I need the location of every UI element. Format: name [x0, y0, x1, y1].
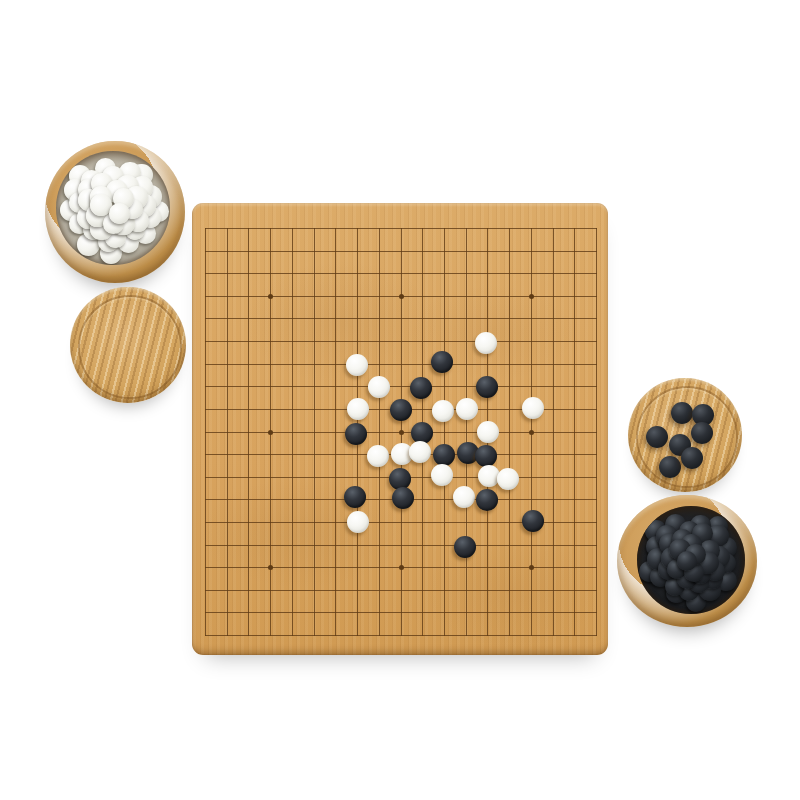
- star-point: [529, 294, 534, 299]
- grid-line-horizontal: [205, 590, 597, 591]
- white-stone: [432, 400, 454, 422]
- empty-bowl-lid: [70, 287, 186, 403]
- captured-black-stone: [691, 422, 713, 444]
- white-stone: [497, 468, 519, 490]
- black-stone-bowl: [617, 495, 757, 627]
- star-point: [268, 430, 273, 435]
- black-stone: [476, 489, 498, 511]
- star-point: [268, 565, 273, 570]
- star-point: [399, 430, 404, 435]
- black-stone: [410, 377, 432, 399]
- white-stone: [346, 354, 368, 376]
- grid-line-vertical: [574, 228, 575, 636]
- black-stone: [522, 510, 544, 532]
- black-stone: [431, 351, 453, 373]
- black-stone: [476, 376, 498, 398]
- grid-line-horizontal: [205, 635, 597, 636]
- grid-line-vertical: [466, 228, 467, 636]
- white-stone: [347, 511, 369, 533]
- captured-black-stone: [671, 402, 693, 424]
- star-point: [529, 430, 534, 435]
- grid-line-vertical: [596, 228, 597, 636]
- white-stone: [431, 464, 453, 486]
- product-photo-scene: { "game": "Go (Weiqi / Baduk)", "scene_d…: [0, 0, 800, 800]
- black-stone: [344, 486, 366, 508]
- go-board: [192, 203, 608, 655]
- white-stone: [367, 445, 389, 467]
- grid-line-vertical: [444, 228, 445, 636]
- white-stone: [453, 486, 475, 508]
- grid-line-vertical: [553, 228, 554, 636]
- black-stone: [433, 444, 455, 466]
- black-stone: [345, 423, 367, 445]
- white-bowl-stone: [109, 203, 130, 224]
- white-stone-bowl: [45, 141, 185, 283]
- black-stone: [390, 399, 412, 421]
- black-stone: [475, 445, 497, 467]
- white-stone: [347, 398, 369, 420]
- grid-line-horizontal: [205, 545, 597, 546]
- white-stone: [477, 421, 499, 443]
- grid-line-horizontal: [205, 612, 597, 613]
- black-stone: [411, 422, 433, 444]
- captured-black-stone: [669, 434, 691, 456]
- star-point: [529, 565, 534, 570]
- captured-black-stone: [681, 447, 703, 469]
- captured-black-stone: [659, 456, 681, 478]
- black-stone: [392, 487, 414, 509]
- white-stone: [522, 397, 544, 419]
- star-point: [399, 294, 404, 299]
- white-stone-heap: [56, 151, 170, 265]
- black-stone-lid: [628, 378, 742, 492]
- white-stone: [368, 376, 390, 398]
- captured-black-stone: [646, 426, 668, 448]
- white-stone: [475, 332, 497, 354]
- black-bowl-stone: [677, 551, 697, 571]
- star-point: [268, 294, 273, 299]
- white-stone: [409, 441, 431, 463]
- captured-black-stone: [692, 404, 714, 426]
- black-stone-heap: [637, 506, 745, 614]
- black-stone: [454, 536, 476, 558]
- white-stone: [456, 398, 478, 420]
- board-grid: [205, 228, 597, 636]
- star-point: [399, 565, 404, 570]
- grid-line-vertical: [509, 228, 510, 636]
